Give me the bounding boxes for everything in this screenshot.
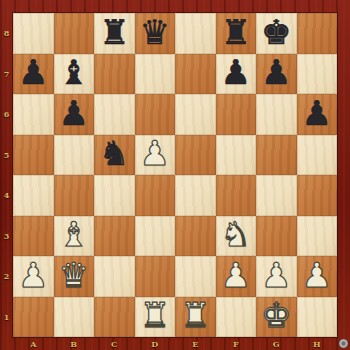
- square-e2[interactable]: [175, 256, 216, 297]
- square-g6[interactable]: [256, 94, 297, 135]
- square-g3[interactable]: [256, 216, 297, 257]
- white-pawn-g2[interactable]: ♟: [256, 256, 297, 297]
- file-label-d: D: [135, 337, 176, 350]
- square-f8[interactable]: ♜: [216, 13, 257, 54]
- chess-board-frame: ♜♛♜♚♟♝♟♟♟♟♞♟♝♞♟♛♟♟♟♜♜♚ 87654321ABCDEFGH: [0, 0, 350, 350]
- black-pawn-f7[interactable]: ♟: [216, 54, 257, 95]
- white-queen-b2[interactable]: ♛: [54, 256, 95, 297]
- black-pawn-h6[interactable]: ♟: [297, 94, 338, 135]
- white-pawn-f2[interactable]: ♟: [216, 256, 257, 297]
- white-rook-d1[interactable]: ♜: [135, 297, 176, 338]
- square-a3[interactable]: [13, 216, 54, 257]
- black-queen-d8[interactable]: ♛: [135, 13, 176, 54]
- square-h8[interactable]: [297, 13, 338, 54]
- square-a1[interactable]: [13, 297, 54, 338]
- black-pawn-b6[interactable]: ♟: [54, 94, 95, 135]
- square-c8[interactable]: ♜: [94, 13, 135, 54]
- square-d6[interactable]: [135, 94, 176, 135]
- square-a5[interactable]: [13, 135, 54, 176]
- rank-label-3: 3: [0, 216, 13, 257]
- white-bishop-b3[interactable]: ♝: [54, 216, 95, 257]
- square-e1[interactable]: ♜: [175, 297, 216, 338]
- square-g1[interactable]: ♚: [256, 297, 297, 338]
- black-rook-c8[interactable]: ♜: [94, 13, 135, 54]
- square-c6[interactable]: [94, 94, 135, 135]
- rank-label-6: 6: [0, 94, 13, 135]
- white-king-g1[interactable]: ♚: [256, 297, 297, 338]
- square-h2[interactable]: ♟: [297, 256, 338, 297]
- white-pawn-a2[interactable]: ♟: [13, 256, 54, 297]
- rank-label-4: 4: [0, 175, 13, 216]
- square-f4[interactable]: [216, 175, 257, 216]
- file-label-g: G: [256, 337, 297, 350]
- file-label-b: B: [54, 337, 95, 350]
- square-e4[interactable]: [175, 175, 216, 216]
- square-a6[interactable]: [13, 94, 54, 135]
- square-h3[interactable]: [297, 216, 338, 257]
- rank-label-1: 1: [0, 297, 13, 338]
- file-label-e: E: [175, 337, 216, 350]
- square-f1[interactable]: [216, 297, 257, 338]
- square-h6[interactable]: ♟: [297, 94, 338, 135]
- black-rook-f8[interactable]: ♜: [216, 13, 257, 54]
- square-a7[interactable]: ♟: [13, 54, 54, 95]
- file-label-h: H: [297, 337, 338, 350]
- square-b1[interactable]: [54, 297, 95, 338]
- black-knight-c5[interactable]: ♞: [94, 135, 135, 176]
- square-f3[interactable]: ♞: [216, 216, 257, 257]
- square-f2[interactable]: ♟: [216, 256, 257, 297]
- square-c5[interactable]: ♞: [94, 135, 135, 176]
- file-label-c: C: [94, 337, 135, 350]
- square-a8[interactable]: [13, 13, 54, 54]
- square-a4[interactable]: [13, 175, 54, 216]
- square-d5[interactable]: ♟: [135, 135, 176, 176]
- black-pawn-a7[interactable]: ♟: [13, 54, 54, 95]
- square-g5[interactable]: [256, 135, 297, 176]
- square-b7[interactable]: ♝: [54, 54, 95, 95]
- square-h1[interactable]: [297, 297, 338, 338]
- square-d8[interactable]: ♛: [135, 13, 176, 54]
- rank-label-2: 2: [0, 256, 13, 297]
- square-d7[interactable]: [135, 54, 176, 95]
- square-h5[interactable]: [297, 135, 338, 176]
- square-c1[interactable]: [94, 297, 135, 338]
- square-e5[interactable]: [175, 135, 216, 176]
- square-c4[interactable]: [94, 175, 135, 216]
- rank-label-7: 7: [0, 54, 13, 95]
- square-f5[interactable]: [216, 135, 257, 176]
- square-d2[interactable]: [135, 256, 176, 297]
- square-f7[interactable]: ♟: [216, 54, 257, 95]
- square-f6[interactable]: [216, 94, 257, 135]
- white-pawn-d5[interactable]: ♟: [135, 135, 176, 176]
- square-e6[interactable]: [175, 94, 216, 135]
- white-knight-f3[interactable]: ♞: [216, 216, 257, 257]
- white-pawn-h2[interactable]: ♟: [297, 256, 338, 297]
- rank-label-8: 8: [0, 13, 13, 54]
- square-g4[interactable]: [256, 175, 297, 216]
- square-b3[interactable]: ♝: [54, 216, 95, 257]
- black-king-g8[interactable]: ♚: [256, 13, 297, 54]
- square-d3[interactable]: [135, 216, 176, 257]
- square-b5[interactable]: [54, 135, 95, 176]
- square-b6[interactable]: ♟: [54, 94, 95, 135]
- rank-label-5: 5: [0, 135, 13, 176]
- file-label-a: A: [13, 337, 54, 350]
- square-d4[interactable]: [135, 175, 176, 216]
- square-c7[interactable]: [94, 54, 135, 95]
- square-g2[interactable]: ♟: [256, 256, 297, 297]
- file-label-f: F: [216, 337, 257, 350]
- square-g8[interactable]: ♚: [256, 13, 297, 54]
- black-bishop-b7[interactable]: ♝: [54, 54, 95, 95]
- chess-board: ♜♛♜♚♟♝♟♟♟♟♞♟♝♞♟♛♟♟♟♜♜♚: [13, 13, 337, 337]
- square-b4[interactable]: [54, 175, 95, 216]
- square-e7[interactable]: [175, 54, 216, 95]
- white-rook-e1[interactable]: ♜: [175, 297, 216, 338]
- corner-dot: [339, 339, 348, 348]
- square-c3[interactable]: [94, 216, 135, 257]
- square-d1[interactable]: ♜: [135, 297, 176, 338]
- square-e3[interactable]: [175, 216, 216, 257]
- square-h7[interactable]: [297, 54, 338, 95]
- square-a2[interactable]: ♟: [13, 256, 54, 297]
- square-b2[interactable]: ♛: [54, 256, 95, 297]
- square-g7[interactable]: ♟: [256, 54, 297, 95]
- black-pawn-g7[interactable]: ♟: [256, 54, 297, 95]
- square-h4[interactable]: [297, 175, 338, 216]
- square-b8[interactable]: [54, 13, 95, 54]
- square-e8[interactable]: [175, 13, 216, 54]
- square-c2[interactable]: [94, 256, 135, 297]
